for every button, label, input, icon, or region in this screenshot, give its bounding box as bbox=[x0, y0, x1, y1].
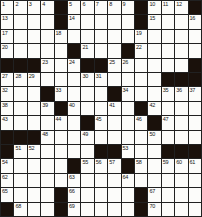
cell-r9c3[interactable] bbox=[28, 116, 40, 129]
cell-r7c3[interactable] bbox=[28, 87, 40, 100]
black-cell-r14c11 bbox=[135, 188, 147, 201]
clue-number: 31 bbox=[96, 73, 102, 80]
cell-r12c12[interactable] bbox=[148, 159, 160, 172]
cell-r12c5[interactable] bbox=[55, 159, 67, 172]
clue-number: 18 bbox=[56, 30, 62, 37]
cell-r13c8[interactable] bbox=[95, 174, 107, 187]
black-cell-r4c6 bbox=[68, 44, 80, 57]
cell-r14c3[interactable] bbox=[28, 188, 40, 201]
cell-r7c6[interactable] bbox=[68, 87, 80, 100]
clue-number: 53 bbox=[123, 145, 129, 152]
cell-r10c8[interactable] bbox=[95, 131, 107, 144]
cell-r8c1[interactable]: 38 bbox=[1, 102, 13, 115]
cell-r6c3[interactable]: 29 bbox=[28, 73, 40, 86]
cell-r15c12[interactable]: 70 bbox=[148, 203, 160, 216]
black-cell-r7c9 bbox=[108, 87, 120, 100]
cell-r15c10[interactable] bbox=[122, 203, 134, 216]
clue-number: 24 bbox=[69, 59, 75, 66]
clue-number: 25 bbox=[109, 59, 115, 66]
clue-number: 36 bbox=[176, 87, 182, 94]
cell-r7c5[interactable]: 33 bbox=[55, 87, 67, 100]
cell-r4c3[interactable] bbox=[28, 44, 40, 57]
cell-r4c8[interactable] bbox=[95, 44, 107, 57]
cell-r9c13[interactable]: 47 bbox=[162, 116, 174, 129]
black-cell-r10c1 bbox=[1, 131, 13, 144]
cell-r6c6[interactable] bbox=[68, 73, 80, 86]
cell-r14c2[interactable] bbox=[14, 188, 26, 201]
cell-r1c10[interactable]: 9 bbox=[122, 1, 134, 14]
black-cell-r5c2 bbox=[14, 59, 26, 72]
cell-r1c1[interactable]: 1 bbox=[1, 1, 13, 14]
cell-r14c7[interactable] bbox=[81, 188, 93, 201]
cell-r6c11[interactable] bbox=[135, 73, 147, 86]
cell-r1c7[interactable]: 6 bbox=[81, 1, 93, 14]
cell-r9c14[interactable] bbox=[175, 116, 187, 129]
cell-r9c2[interactable] bbox=[14, 116, 26, 129]
cell-r1c6[interactable]: 5 bbox=[68, 1, 80, 14]
clue-number: 52 bbox=[29, 145, 35, 152]
black-cell-r1c5 bbox=[55, 1, 67, 14]
clue-number: 8 bbox=[109, 1, 112, 8]
cell-r6c4[interactable] bbox=[41, 73, 53, 86]
cell-r1c14[interactable]: 12 bbox=[175, 1, 187, 14]
cell-r13c1[interactable]: 62 bbox=[1, 174, 13, 187]
cell-r15c4[interactable] bbox=[41, 203, 53, 216]
cell-r6c1[interactable]: 27 bbox=[1, 73, 13, 86]
black-cell-r11c8 bbox=[95, 145, 107, 158]
black-cell-r11c1 bbox=[1, 145, 13, 158]
cell-r2c2[interactable] bbox=[14, 15, 26, 28]
clue-number: 55 bbox=[82, 159, 88, 166]
cell-r11c2[interactable]: 51 bbox=[14, 145, 26, 158]
cell-r7c10[interactable]: 34 bbox=[122, 87, 134, 100]
black-cell-r5c8 bbox=[95, 59, 107, 72]
clue-number: 29 bbox=[29, 73, 35, 80]
cell-r12c9[interactable]: 57 bbox=[108, 159, 120, 172]
cell-r4c9[interactable] bbox=[108, 44, 120, 57]
cell-r4c2[interactable] bbox=[14, 44, 26, 57]
black-cell-r10c2 bbox=[14, 131, 26, 144]
cell-r7c12[interactable] bbox=[148, 87, 160, 100]
cell-r8c3[interactable] bbox=[28, 102, 40, 115]
cell-r14c8[interactable] bbox=[95, 188, 107, 201]
clue-number: 10 bbox=[149, 1, 155, 8]
black-cell-r8c5 bbox=[55, 102, 67, 115]
clue-number: 6 bbox=[82, 1, 85, 8]
cell-r13c5[interactable] bbox=[55, 174, 67, 187]
cell-r14c12[interactable]: 67 bbox=[148, 188, 160, 201]
cell-r13c3[interactable] bbox=[28, 174, 40, 187]
cell-r15c3[interactable] bbox=[28, 203, 40, 216]
cell-r7c13[interactable]: 35 bbox=[162, 87, 174, 100]
cell-r7c14[interactable]: 36 bbox=[175, 87, 187, 100]
cell-r3c12[interactable] bbox=[148, 30, 160, 43]
cell-r10c6[interactable] bbox=[68, 131, 80, 144]
cell-r10c14[interactable] bbox=[175, 131, 187, 144]
clue-number: 15 bbox=[149, 15, 155, 22]
clue-number: 17 bbox=[2, 30, 8, 37]
cell-r1c8[interactable]: 7 bbox=[95, 1, 107, 14]
black-cell-r14c5 bbox=[55, 188, 67, 201]
cell-r2c1[interactable]: 13 bbox=[1, 15, 13, 28]
cell-r15c8[interactable] bbox=[95, 203, 107, 216]
cell-r13c4[interactable] bbox=[41, 174, 53, 187]
cell-r2c9[interactable] bbox=[108, 15, 120, 28]
cell-r9c10[interactable] bbox=[122, 116, 134, 129]
cell-r14c13[interactable] bbox=[162, 188, 174, 201]
cell-r12c15[interactable]: 61 bbox=[189, 159, 201, 172]
cell-r9c8[interactable]: 45 bbox=[95, 116, 107, 129]
cell-r13c13[interactable] bbox=[162, 174, 174, 187]
clue-number: 20 bbox=[2, 44, 8, 51]
cell-r10c9[interactable] bbox=[108, 131, 120, 144]
cell-r15c7[interactable] bbox=[81, 203, 93, 216]
black-cell-r9c12 bbox=[148, 116, 160, 129]
cell-r6c10[interactable] bbox=[122, 73, 134, 86]
cell-r10c15[interactable] bbox=[189, 131, 201, 144]
cell-r1c12[interactable]: 10 bbox=[148, 1, 160, 14]
cell-r13c9[interactable] bbox=[108, 174, 120, 187]
black-cell-r1c15 bbox=[189, 1, 201, 14]
cell-r4c12[interactable] bbox=[148, 44, 160, 57]
cell-r1c9[interactable]: 8 bbox=[108, 1, 120, 14]
cell-r15c6[interactable]: 69 bbox=[68, 203, 80, 216]
cell-r8c9[interactable]: 41 bbox=[108, 102, 120, 115]
cell-r2c10[interactable] bbox=[122, 15, 134, 28]
black-cell-r15c1 bbox=[1, 203, 13, 216]
clue-number: 48 bbox=[42, 131, 48, 138]
clue-number: 67 bbox=[149, 188, 155, 195]
cell-r10c4[interactable]: 48 bbox=[41, 131, 53, 144]
clue-number: 40 bbox=[69, 102, 75, 109]
cell-r2c6[interactable]: 14 bbox=[68, 15, 80, 28]
cell-r3c15[interactable] bbox=[189, 30, 201, 43]
black-cell-r11c15 bbox=[189, 145, 201, 158]
black-cell-r10c3 bbox=[28, 131, 40, 144]
clue-number: 68 bbox=[15, 203, 21, 210]
cell-r6c12[interactable] bbox=[148, 73, 160, 86]
clue-number: 39 bbox=[42, 102, 48, 109]
cell-r13c2[interactable] bbox=[14, 174, 26, 187]
cell-r15c2[interactable]: 68 bbox=[14, 203, 26, 216]
cell-r9c4[interactable] bbox=[41, 116, 53, 129]
cell-r2c8[interactable] bbox=[95, 15, 107, 28]
cell-r15c13[interactable] bbox=[162, 203, 174, 216]
cell-r3c3[interactable] bbox=[28, 30, 40, 43]
clue-number: 1 bbox=[2, 1, 5, 8]
black-cell-r7c4 bbox=[41, 87, 53, 100]
black-cell-r4c10 bbox=[122, 44, 134, 57]
cell-r13c7[interactable] bbox=[81, 174, 93, 187]
cell-r8c7[interactable] bbox=[81, 102, 93, 115]
clue-number: 7 bbox=[96, 1, 99, 8]
cell-r2c7[interactable] bbox=[81, 15, 93, 28]
clue-number: 13 bbox=[2, 15, 8, 22]
clue-number: 54 bbox=[2, 159, 8, 166]
black-cell-r11c13 bbox=[162, 145, 174, 158]
clue-number: 44 bbox=[56, 116, 62, 123]
cell-r8c12[interactable]: 42 bbox=[148, 102, 160, 115]
clue-number: 61 bbox=[190, 159, 196, 166]
clue-number: 49 bbox=[82, 131, 88, 138]
cell-r3c14[interactable] bbox=[175, 30, 187, 43]
cell-r14c15[interactable] bbox=[189, 188, 201, 201]
cell-r13c11[interactable] bbox=[135, 174, 147, 187]
cell-r1c2[interactable]: 2 bbox=[14, 1, 26, 14]
cell-r10c11[interactable] bbox=[135, 131, 147, 144]
cell-r6c5[interactable] bbox=[55, 73, 67, 86]
clue-number: 37 bbox=[190, 87, 196, 94]
cell-r3c9[interactable] bbox=[108, 30, 120, 43]
cell-r3c7[interactable] bbox=[81, 30, 93, 43]
clue-number: 22 bbox=[136, 44, 142, 51]
cell-r15c14[interactable] bbox=[175, 203, 187, 216]
black-cell-r1c11 bbox=[135, 1, 147, 14]
clue-number: 59 bbox=[163, 159, 169, 166]
clue-number: 12 bbox=[176, 1, 182, 8]
cell-r8c4[interactable]: 39 bbox=[41, 102, 53, 115]
cell-r5c12[interactable] bbox=[148, 59, 160, 72]
black-cell-r8c11 bbox=[135, 102, 147, 115]
cell-r10c12[interactable]: 50 bbox=[148, 131, 160, 144]
clue-number: 14 bbox=[69, 15, 75, 22]
cell-r4c11[interactable]: 22 bbox=[135, 44, 147, 57]
black-cell-r2c11 bbox=[135, 15, 147, 28]
cell-r7c8[interactable] bbox=[95, 87, 107, 100]
cell-r5c10[interactable]: 26 bbox=[122, 59, 134, 72]
cell-r5c11[interactable] bbox=[135, 59, 147, 72]
cell-r14c6[interactable]: 66 bbox=[68, 188, 80, 201]
cell-r10c7[interactable]: 49 bbox=[81, 131, 93, 144]
clue-number: 66 bbox=[69, 188, 75, 195]
cell-r8c15[interactable] bbox=[189, 102, 201, 115]
cell-r5c14[interactable] bbox=[175, 59, 187, 72]
black-cell-r5c15 bbox=[189, 59, 201, 72]
cell-r14c10[interactable] bbox=[122, 188, 134, 201]
cell-r7c1[interactable]: 32 bbox=[1, 87, 13, 100]
cell-r11c6[interactable] bbox=[68, 145, 80, 158]
cell-r9c15[interactable] bbox=[189, 116, 201, 129]
cell-r11c11[interactable] bbox=[135, 145, 147, 158]
clue-number: 5 bbox=[69, 1, 72, 8]
cell-r8c14[interactable] bbox=[175, 102, 187, 115]
cell-r10c13[interactable] bbox=[162, 131, 174, 144]
black-cell-r12c6 bbox=[68, 159, 80, 172]
clue-number: 51 bbox=[15, 145, 21, 152]
cell-r5c5[interactable] bbox=[55, 59, 67, 72]
clue-number: 34 bbox=[123, 87, 129, 94]
black-cell-r6c13 bbox=[162, 73, 174, 86]
cell-r8c2[interactable] bbox=[14, 102, 26, 115]
cell-r9c6[interactable] bbox=[68, 116, 80, 129]
cell-r13c6[interactable]: 63 bbox=[68, 174, 80, 187]
clue-number: 43 bbox=[2, 116, 8, 123]
cell-r4c1[interactable]: 20 bbox=[1, 44, 13, 57]
cell-r15c15[interactable] bbox=[189, 203, 201, 216]
clue-number: 2 bbox=[15, 1, 18, 8]
clue-number: 16 bbox=[190, 15, 196, 22]
black-cell-r9c7 bbox=[81, 116, 93, 129]
clue-number: 57 bbox=[109, 159, 115, 166]
cell-r14c9[interactable] bbox=[108, 188, 120, 201]
cell-r6c8[interactable]: 31 bbox=[95, 73, 107, 86]
cell-r3c2[interactable] bbox=[14, 30, 26, 43]
cell-r12c1[interactable]: 54 bbox=[1, 159, 13, 172]
cell-r5c13[interactable] bbox=[162, 59, 174, 72]
cell-r11c12[interactable] bbox=[148, 145, 160, 158]
clue-number: 65 bbox=[2, 188, 8, 195]
clue-number: 33 bbox=[56, 87, 62, 94]
cell-r4c14[interactable] bbox=[175, 44, 187, 57]
cell-r13c10[interactable]: 64 bbox=[122, 174, 134, 187]
black-cell-r2c5 bbox=[55, 15, 67, 28]
cell-r2c12[interactable]: 15 bbox=[148, 15, 160, 28]
cell-r12c2[interactable] bbox=[14, 159, 26, 172]
cell-r12c4[interactable] bbox=[41, 159, 53, 172]
cell-r8c6[interactable]: 40 bbox=[68, 102, 80, 115]
clue-number: 41 bbox=[109, 102, 115, 109]
cell-r12c14[interactable]: 60 bbox=[175, 159, 187, 172]
clue-number: 58 bbox=[136, 159, 142, 166]
clue-number: 21 bbox=[82, 44, 88, 51]
cell-r9c1[interactable]: 43 bbox=[1, 116, 13, 129]
cell-r15c9[interactable] bbox=[108, 203, 120, 216]
cell-r14c1[interactable]: 65 bbox=[1, 188, 13, 201]
black-cell-r15c11 bbox=[135, 203, 147, 216]
cell-r13c12[interactable] bbox=[148, 174, 160, 187]
black-cell-r11c9 bbox=[108, 145, 120, 158]
cell-r12c11[interactable]: 58 bbox=[135, 159, 147, 172]
cell-r1c4[interactable]: 4 bbox=[41, 1, 53, 14]
cell-r3c11[interactable]: 19 bbox=[135, 30, 147, 43]
cell-r6c7[interactable]: 30 bbox=[81, 73, 93, 86]
cell-r12c7[interactable]: 55 bbox=[81, 159, 93, 172]
clue-number: 38 bbox=[2, 102, 8, 109]
cell-r3c6[interactable] bbox=[68, 30, 80, 43]
cell-r3c8[interactable] bbox=[95, 30, 107, 43]
cell-r5c4[interactable]: 23 bbox=[41, 59, 53, 72]
clue-number: 27 bbox=[2, 73, 8, 80]
cell-r8c10[interactable] bbox=[122, 102, 134, 115]
cell-r13c14[interactable] bbox=[175, 174, 187, 187]
cell-r4c15[interactable] bbox=[189, 44, 201, 57]
cell-r10c10[interactable] bbox=[122, 131, 134, 144]
cell-r3c10[interactable] bbox=[122, 30, 134, 43]
cell-r14c14[interactable] bbox=[175, 188, 187, 201]
cell-r7c7[interactable] bbox=[81, 87, 93, 100]
cell-r12c8[interactable]: 56 bbox=[95, 159, 107, 172]
black-cell-r6c14 bbox=[175, 73, 187, 86]
cell-r11c3[interactable]: 52 bbox=[28, 145, 40, 158]
cell-r9c9[interactable] bbox=[108, 116, 120, 129]
clue-number: 30 bbox=[82, 73, 88, 80]
clue-number: 28 bbox=[15, 73, 21, 80]
cell-r4c5[interactable] bbox=[55, 44, 67, 57]
cell-r9c5[interactable]: 44 bbox=[55, 116, 67, 129]
clue-number: 42 bbox=[149, 102, 155, 109]
cell-r10c5[interactable] bbox=[55, 131, 67, 144]
clue-number: 64 bbox=[123, 174, 129, 181]
cell-r4c4[interactable] bbox=[41, 44, 53, 57]
black-cell-r11c14 bbox=[175, 145, 187, 158]
clue-number: 3 bbox=[29, 1, 32, 8]
cell-r2c15[interactable]: 16 bbox=[189, 15, 201, 28]
clue-number: 11 bbox=[163, 1, 168, 8]
crossword-grid: 1234567891011121314151617181920212223242… bbox=[0, 0, 202, 217]
cell-r1c13[interactable]: 11 bbox=[162, 1, 174, 14]
cell-r2c4[interactable] bbox=[41, 15, 53, 28]
cell-r11c5[interactable] bbox=[55, 145, 67, 158]
clue-number: 4 bbox=[42, 1, 45, 8]
clue-number: 56 bbox=[96, 159, 102, 166]
cell-r7c11[interactable] bbox=[135, 87, 147, 100]
cell-r2c14[interactable] bbox=[175, 15, 187, 28]
black-cell-r5c1 bbox=[1, 59, 13, 72]
cell-r3c5[interactable]: 18 bbox=[55, 30, 67, 43]
cell-r5c6[interactable]: 24 bbox=[68, 59, 80, 72]
clue-number: 62 bbox=[2, 174, 8, 181]
cell-r13c15[interactable] bbox=[189, 174, 201, 187]
cell-r4c7[interactable]: 21 bbox=[81, 44, 93, 57]
cell-r3c13[interactable] bbox=[162, 30, 174, 43]
clue-number: 9 bbox=[123, 1, 126, 8]
cell-r14c4[interactable] bbox=[41, 188, 53, 201]
clue-number: 32 bbox=[2, 87, 8, 94]
cell-r12c3[interactable] bbox=[28, 159, 40, 172]
black-cell-r5c3 bbox=[28, 59, 40, 72]
cell-r1c3[interactable]: 3 bbox=[28, 1, 40, 14]
cell-r4c13[interactable] bbox=[162, 44, 174, 57]
clue-number: 35 bbox=[163, 87, 169, 94]
clue-number: 26 bbox=[123, 59, 129, 66]
cell-r5c9[interactable]: 25 bbox=[108, 59, 120, 72]
clue-number: 69 bbox=[69, 203, 75, 210]
clue-number: 45 bbox=[96, 116, 102, 123]
cell-r11c4[interactable] bbox=[41, 145, 53, 158]
clue-number: 46 bbox=[136, 116, 142, 123]
cell-r9c11[interactable]: 46 bbox=[135, 116, 147, 129]
clue-number: 50 bbox=[149, 131, 155, 138]
cell-r8c13[interactable] bbox=[162, 102, 174, 115]
clue-number: 60 bbox=[176, 159, 182, 166]
clue-number: 70 bbox=[149, 203, 155, 210]
cell-r3c1[interactable]: 17 bbox=[1, 30, 13, 43]
clue-number: 23 bbox=[42, 59, 48, 66]
black-cell-r12c10 bbox=[122, 159, 134, 172]
cell-r6c2[interactable]: 28 bbox=[14, 73, 26, 86]
clue-number: 63 bbox=[69, 174, 75, 181]
black-cell-r5c7 bbox=[81, 59, 93, 72]
cell-r12c13[interactable]: 59 bbox=[162, 159, 174, 172]
cell-r11c10[interactable]: 53 bbox=[122, 145, 134, 158]
cell-r7c15[interactable]: 37 bbox=[189, 87, 201, 100]
black-cell-r15c5 bbox=[55, 203, 67, 216]
cell-r6c9[interactable] bbox=[108, 73, 120, 86]
cell-r3c4[interactable] bbox=[41, 30, 53, 43]
cell-r8c8[interactable] bbox=[95, 102, 107, 115]
cell-r2c13[interactable] bbox=[162, 15, 174, 28]
clue-number: 47 bbox=[163, 116, 169, 123]
black-cell-r6c15 bbox=[189, 73, 201, 86]
cell-r2c3[interactable] bbox=[28, 15, 40, 28]
cell-r11c7[interactable] bbox=[81, 145, 93, 158]
clue-number: 19 bbox=[136, 30, 142, 37]
cell-r7c2[interactable] bbox=[14, 87, 26, 100]
